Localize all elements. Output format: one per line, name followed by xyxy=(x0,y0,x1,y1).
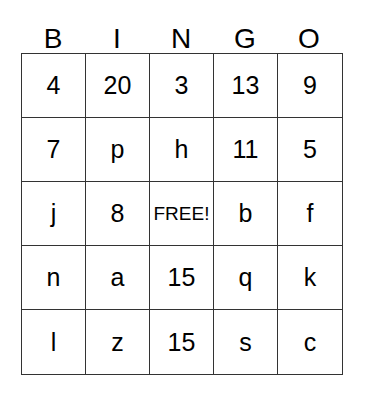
bingo-cell[interactable]: b xyxy=(214,182,278,246)
bingo-cell[interactable]: 9 xyxy=(278,54,342,118)
free-cell[interactable]: FREE! xyxy=(150,182,214,246)
bingo-cell[interactable]: 15 xyxy=(150,310,214,374)
column-header-b: B xyxy=(44,25,63,53)
bingo-cell[interactable]: 13 xyxy=(214,54,278,118)
bingo-cell[interactable]: 5 xyxy=(278,118,342,182)
column-header-n: N xyxy=(171,25,191,53)
bingo-cell[interactable]: 8 xyxy=(86,182,150,246)
bingo-cell[interactable]: h xyxy=(150,118,214,182)
bingo-cell[interactable]: 20 xyxy=(86,54,150,118)
bingo-cell[interactable]: 15 xyxy=(150,246,214,310)
bingo-cell[interactable]: z xyxy=(86,310,150,374)
bingo-cell[interactable]: p xyxy=(86,118,150,182)
bingo-cell[interactable]: 3 xyxy=(150,54,214,118)
bingo-cell[interactable]: a xyxy=(86,246,150,310)
bingo-cell[interactable]: s xyxy=(214,310,278,374)
bingo-cell[interactable]: 11 xyxy=(214,118,278,182)
bingo-cell[interactable]: 4 xyxy=(22,54,86,118)
column-header-i: I xyxy=(113,25,121,53)
bingo-cell[interactable]: j xyxy=(22,182,86,246)
bingo-cell[interactable]: q xyxy=(214,246,278,310)
bingo-cell[interactable]: f xyxy=(278,182,342,246)
column-header-o: O xyxy=(298,25,320,53)
bingo-cell[interactable]: 7 xyxy=(22,118,86,182)
bingo-cell[interactable]: c xyxy=(278,310,342,374)
column-header-g: G xyxy=(234,25,256,53)
bingo-card: B I N G O 4 20 3 13 9 7 p h 11 5 j 8 FRE… xyxy=(21,0,343,375)
bingo-header: B I N G O xyxy=(21,0,343,53)
bingo-cell[interactable]: k xyxy=(278,246,342,310)
bingo-cell[interactable]: l xyxy=(22,310,86,374)
bingo-cell[interactable]: n xyxy=(22,246,86,310)
bingo-grid: 4 20 3 13 9 7 p h 11 5 j 8 FREE! b f n a… xyxy=(21,53,343,375)
